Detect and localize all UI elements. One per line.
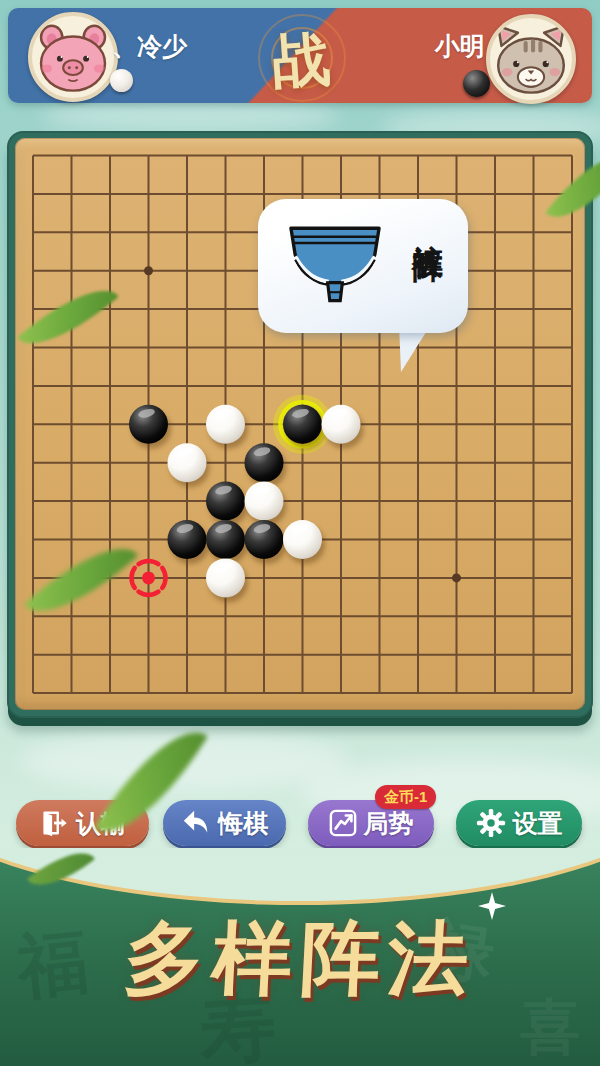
stone-black[interactable]: [206, 482, 245, 521]
pig-avatar-icon: [32, 16, 114, 98]
stone-white[interactable]: [322, 405, 361, 444]
player-bar: 战 、冷少 小明: [8, 8, 592, 103]
door-exit-icon: [39, 808, 69, 838]
stone-white[interactable]: [168, 443, 207, 482]
bottom-banner: 福 禄 寿 喜 多样阵法: [0, 848, 600, 1066]
situation-label: 局势: [364, 807, 414, 840]
settings-label: 设置: [513, 807, 563, 840]
star-point: [144, 266, 153, 275]
stone-white[interactable]: [245, 482, 284, 521]
stone-white[interactable]: [283, 520, 322, 559]
speech-bubble: 裤衩阵: [258, 199, 468, 333]
stone-black[interactable]: [206, 520, 245, 559]
right-player-name: 小明: [435, 30, 485, 63]
stone-black[interactable]: [283, 405, 322, 444]
stone-white[interactable]: [206, 558, 245, 597]
stone-black[interactable]: [245, 443, 284, 482]
trend-chart-icon: [329, 809, 357, 837]
stone-black[interactable]: [245, 520, 284, 559]
undo-arrow-icon: [181, 808, 211, 838]
undo-button[interactable]: 悔棋: [163, 800, 286, 846]
left-player-avatar[interactable]: [28, 12, 118, 102]
settings-button[interactable]: 设置: [456, 800, 582, 846]
game-screen: 战 、冷少 小明: [0, 0, 600, 1066]
stone-black[interactable]: [168, 520, 207, 559]
undo-label: 悔棋: [218, 807, 268, 840]
right-player-stone-black: [463, 70, 490, 97]
formation-label: 裤衩阵: [406, 219, 448, 319]
stone-black[interactable]: [129, 405, 168, 444]
banner-title: 多样阵法: [0, 906, 600, 1014]
right-player-avatar[interactable]: [486, 14, 576, 104]
left-player-name: 、冷少: [112, 30, 187, 63]
star-point: [452, 573, 461, 582]
left-player-stone-white: [110, 69, 133, 92]
cloud-decoration: [40, 98, 340, 134]
underwear-icon: [282, 223, 388, 309]
pending-move-marker-dot[interactable]: [142, 571, 155, 584]
battle-emblem: 战: [263, 20, 338, 103]
stone-white[interactable]: [206, 405, 245, 444]
gear-icon: [476, 808, 506, 838]
cat-avatar-icon: [490, 18, 572, 100]
situation-cost-badge: 金币-1: [375, 785, 436, 809]
